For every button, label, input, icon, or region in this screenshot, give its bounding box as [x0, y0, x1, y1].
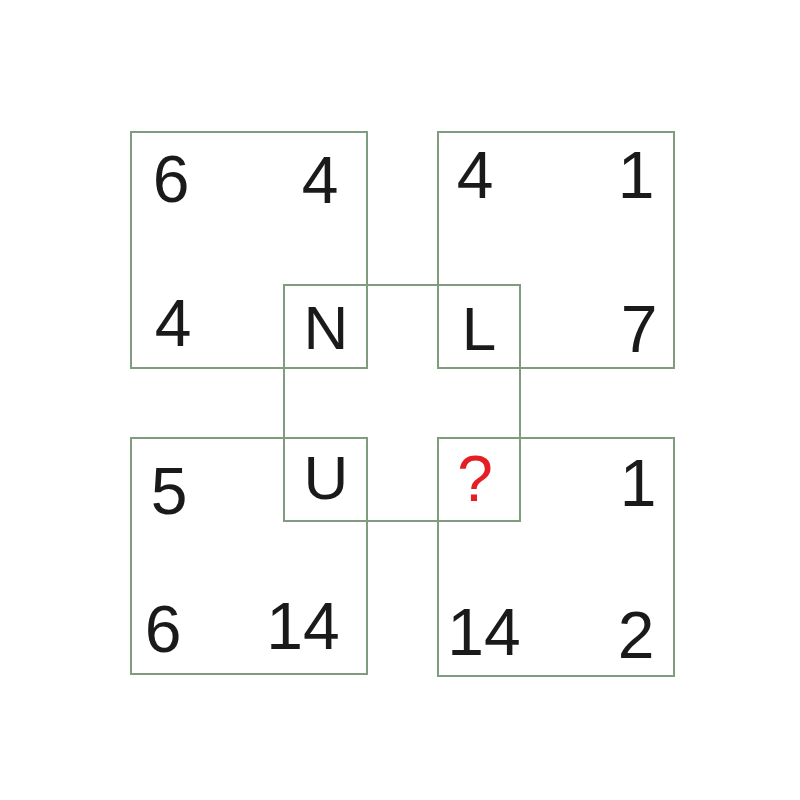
- tl-square-topleft-value: 6: [153, 146, 190, 212]
- center-letter-l: L: [462, 298, 496, 360]
- bl-square-bottomleft-value: 6: [145, 596, 182, 662]
- tl-square-bottomleft-value: 4: [155, 290, 192, 356]
- br-square-bottomleft-value: 14: [447, 599, 520, 665]
- tr-square-topright-value: 1: [618, 142, 655, 208]
- bl-square-bottomright-value: 14: [266, 593, 339, 659]
- tr-square-bottomright-value: 7: [621, 296, 658, 362]
- br-square-bottomright-value: 2: [618, 602, 655, 668]
- tl-square-topright-value: 4: [302, 147, 339, 213]
- br-square-topright-value: 1: [620, 450, 657, 516]
- puzzle-board: 6 4 4 N 4 1 L 7 5 U 6 14 ? 1 14 2: [0, 0, 800, 800]
- bl-square-topleft-value: 5: [151, 458, 188, 524]
- center-unknown-question-mark: ?: [457, 447, 493, 511]
- tr-square-topleft-value: 4: [457, 142, 494, 208]
- center-letter-n: N: [304, 297, 349, 359]
- center-letter-u: U: [304, 447, 349, 509]
